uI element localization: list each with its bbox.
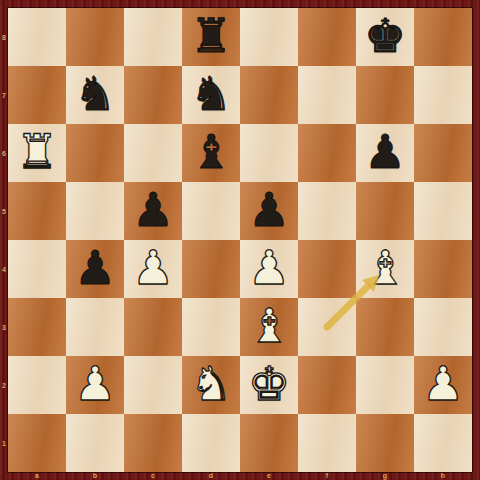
square-e3[interactable]: ♝	[240, 298, 298, 356]
piece-white-king[interactable]: ♚	[240, 356, 298, 414]
square-c6[interactable]	[124, 124, 182, 182]
square-f6[interactable]	[298, 124, 356, 182]
file-label-d: d	[182, 472, 240, 480]
rank-label-7: 7	[0, 66, 8, 124]
square-g5[interactable]	[356, 182, 414, 240]
square-e5[interactable]: ♟	[240, 182, 298, 240]
square-a5[interactable]	[8, 182, 66, 240]
rank-label-6: 6	[0, 124, 8, 182]
square-c8[interactable]	[124, 8, 182, 66]
piece-black-bishop[interactable]: ♝	[182, 124, 240, 182]
rank-label-8: 8	[0, 8, 8, 66]
square-e6[interactable]	[240, 124, 298, 182]
file-label-e: e	[240, 472, 298, 480]
piece-black-rook[interactable]: ♜	[182, 8, 240, 66]
square-c4[interactable]: ♟	[124, 240, 182, 298]
square-e2[interactable]: ♚	[240, 356, 298, 414]
square-e7[interactable]	[240, 66, 298, 124]
square-b7[interactable]: ♞	[66, 66, 124, 124]
file-label-h: h	[414, 472, 472, 480]
square-h1[interactable]	[414, 414, 472, 472]
square-a7[interactable]	[8, 66, 66, 124]
piece-black-knight[interactable]: ♞	[66, 66, 124, 124]
piece-white-pawn[interactable]: ♟	[66, 356, 124, 414]
square-b4[interactable]: ♟	[66, 240, 124, 298]
square-f1[interactable]	[298, 414, 356, 472]
square-h5[interactable]	[414, 182, 472, 240]
piece-white-pawn[interactable]: ♟	[240, 240, 298, 298]
square-b3[interactable]	[66, 298, 124, 356]
piece-black-pawn[interactable]: ♟	[66, 240, 124, 298]
chessboard: 87654321 abcdefgh ♜♚♞♞♜♝♟♟♟♟♟♟♝♝♟♞♚♟	[0, 0, 480, 480]
square-h8[interactable]	[414, 8, 472, 66]
square-c7[interactable]	[124, 66, 182, 124]
piece-white-rook[interactable]: ♜	[8, 124, 66, 182]
square-c5[interactable]: ♟	[124, 182, 182, 240]
square-c2[interactable]	[124, 356, 182, 414]
square-b8[interactable]	[66, 8, 124, 66]
square-e4[interactable]: ♟	[240, 240, 298, 298]
square-g8[interactable]: ♚	[356, 8, 414, 66]
piece-black-pawn[interactable]: ♟	[240, 182, 298, 240]
square-b1[interactable]	[66, 414, 124, 472]
square-g1[interactable]	[356, 414, 414, 472]
square-g7[interactable]	[356, 66, 414, 124]
piece-white-pawn[interactable]: ♟	[124, 240, 182, 298]
square-d3[interactable]	[182, 298, 240, 356]
square-b2[interactable]: ♟	[66, 356, 124, 414]
file-label-g: g	[356, 472, 414, 480]
square-a6[interactable]: ♜	[8, 124, 66, 182]
square-b5[interactable]	[66, 182, 124, 240]
square-g6[interactable]: ♟	[356, 124, 414, 182]
piece-white-bishop[interactable]: ♝	[240, 298, 298, 356]
square-e8[interactable]	[240, 8, 298, 66]
piece-black-king[interactable]: ♚	[356, 8, 414, 66]
rank-label-4: 4	[0, 240, 8, 298]
rank-label-1: 1	[0, 414, 8, 472]
rank-label-3: 3	[0, 298, 8, 356]
square-h3[interactable]	[414, 298, 472, 356]
file-label-f: f	[298, 472, 356, 480]
square-g2[interactable]	[356, 356, 414, 414]
piece-white-bishop[interactable]: ♝	[356, 240, 414, 298]
square-d8[interactable]: ♜	[182, 8, 240, 66]
square-h2[interactable]: ♟	[414, 356, 472, 414]
square-e1[interactable]	[240, 414, 298, 472]
square-d5[interactable]	[182, 182, 240, 240]
square-h6[interactable]	[414, 124, 472, 182]
square-d2[interactable]: ♞	[182, 356, 240, 414]
piece-black-pawn[interactable]: ♟	[124, 182, 182, 240]
square-d6[interactable]: ♝	[182, 124, 240, 182]
square-f8[interactable]	[298, 8, 356, 66]
square-a3[interactable]	[8, 298, 66, 356]
file-label-b: b	[66, 472, 124, 480]
file-label-c: c	[124, 472, 182, 480]
square-f4[interactable]	[298, 240, 356, 298]
square-a2[interactable]	[8, 356, 66, 414]
square-b6[interactable]	[66, 124, 124, 182]
rank-label-2: 2	[0, 356, 8, 414]
piece-black-pawn[interactable]: ♟	[356, 124, 414, 182]
piece-white-pawn[interactable]: ♟	[414, 356, 472, 414]
board-grid: ♜♚♞♞♜♝♟♟♟♟♟♟♝♝♟♞♚♟	[8, 8, 472, 472]
square-f2[interactable]	[298, 356, 356, 414]
square-d7[interactable]: ♞	[182, 66, 240, 124]
square-f5[interactable]	[298, 182, 356, 240]
piece-black-knight[interactable]: ♞	[182, 66, 240, 124]
rank-label-5: 5	[0, 182, 8, 240]
file-label-a: a	[8, 472, 66, 480]
square-d1[interactable]	[182, 414, 240, 472]
square-g4[interactable]: ♝	[356, 240, 414, 298]
square-c3[interactable]	[124, 298, 182, 356]
square-h4[interactable]	[414, 240, 472, 298]
square-c1[interactable]	[124, 414, 182, 472]
board-frame: 87654321 abcdefgh ♜♚♞♞♜♝♟♟♟♟♟♟♝♝♟♞♚♟	[0, 0, 480, 480]
square-h7[interactable]	[414, 66, 472, 124]
square-g3[interactable]	[356, 298, 414, 356]
square-f7[interactable]	[298, 66, 356, 124]
square-a4[interactable]	[8, 240, 66, 298]
square-d4[interactable]	[182, 240, 240, 298]
square-f3[interactable]	[298, 298, 356, 356]
square-a8[interactable]	[8, 8, 66, 66]
piece-white-knight[interactable]: ♞	[182, 356, 240, 414]
square-a1[interactable]	[8, 414, 66, 472]
